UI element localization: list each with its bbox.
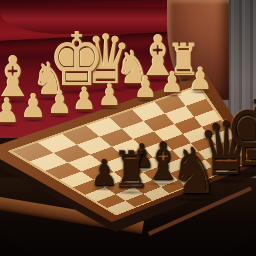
sofa-cushion-roll (0, 7, 180, 34)
chess-photo-scene: ♝♞♚♛♞♝♜♟♟♟♟♟♟♟♟♟♜♟♝♞♛♚ (0, 0, 256, 256)
